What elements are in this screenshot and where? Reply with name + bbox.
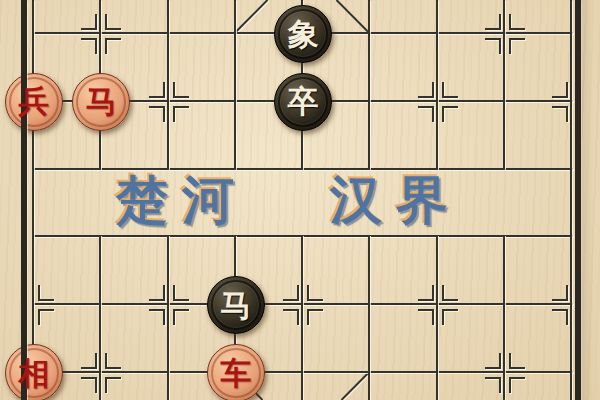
point-marker [149, 309, 165, 325]
point-marker [307, 285, 323, 301]
piece-black-elephant[interactable]: 象 [274, 5, 332, 63]
vertical-line [32, 0, 34, 400]
vertical-line [436, 235, 438, 400]
piece-red-elephant[interactable]: 相 [5, 344, 63, 400]
vertical-line [368, 235, 370, 400]
point-marker [442, 309, 458, 325]
point-marker [283, 309, 299, 325]
piece-glyph: 马 [86, 86, 117, 117]
piece-black-horse[interactable]: 马 [207, 276, 265, 334]
point-marker [485, 38, 501, 54]
point-marker [105, 38, 121, 54]
board-border-right [575, 0, 581, 400]
point-marker [552, 285, 568, 301]
point-marker [149, 285, 165, 301]
piece-glyph: 车 [220, 358, 251, 389]
point-marker [173, 285, 189, 301]
vertical-line [167, 235, 169, 400]
piece-glyph: 马 [220, 290, 251, 321]
vertical-line [503, 235, 505, 400]
point-marker [418, 106, 434, 122]
board-border-left [21, 0, 27, 400]
point-marker [149, 82, 165, 98]
piece-glyph: 相 [19, 358, 50, 389]
point-marker [442, 285, 458, 301]
vertical-line [503, 0, 505, 170]
vertical-line [570, 0, 572, 400]
point-marker [442, 106, 458, 122]
point-marker [105, 353, 121, 369]
piece-black-soldier[interactable]: 卒 [274, 73, 332, 131]
river-label-chu-he: 楚河 [116, 168, 248, 232]
point-marker [552, 106, 568, 122]
vertical-line [99, 235, 101, 400]
point-marker [418, 82, 434, 98]
point-marker [418, 285, 434, 301]
point-marker [552, 309, 568, 325]
point-marker [81, 38, 97, 54]
vertical-line [301, 235, 303, 400]
piece-glyph: 兵 [19, 86, 50, 117]
piece-glyph: 象 [288, 19, 319, 50]
point-marker [173, 82, 189, 98]
point-marker [485, 353, 501, 369]
point-marker [552, 82, 568, 98]
point-marker [509, 377, 525, 393]
point-marker [283, 285, 299, 301]
point-marker [173, 106, 189, 122]
point-marker [173, 309, 189, 325]
board-edge-shade [581, 0, 599, 400]
point-marker [81, 377, 97, 393]
vertical-line [167, 0, 169, 170]
piece-glyph: 卒 [288, 86, 319, 117]
river-label-han-jie: 汉界 [330, 168, 462, 232]
vertical-line [368, 0, 370, 170]
point-marker [509, 353, 525, 369]
vertical-line [436, 0, 438, 170]
point-marker [105, 377, 121, 393]
point-marker [307, 309, 323, 325]
point-marker [38, 309, 54, 325]
point-marker [81, 14, 97, 30]
point-marker [38, 285, 54, 301]
point-marker [105, 14, 121, 30]
piece-red-chariot[interactable]: 车 [207, 344, 265, 400]
point-marker [485, 377, 501, 393]
point-marker [509, 38, 525, 54]
point-marker [149, 106, 165, 122]
piece-red-horse[interactable]: 马 [72, 73, 130, 131]
point-marker [442, 82, 458, 98]
xiangqi-board[interactable]: 楚河 汉界 象卒兵马马相车 [0, 0, 600, 400]
point-marker [418, 309, 434, 325]
piece-red-soldier[interactable]: 兵 [5, 73, 63, 131]
point-marker [81, 353, 97, 369]
point-marker [485, 14, 501, 30]
vertical-line [234, 0, 236, 170]
point-marker [509, 14, 525, 30]
